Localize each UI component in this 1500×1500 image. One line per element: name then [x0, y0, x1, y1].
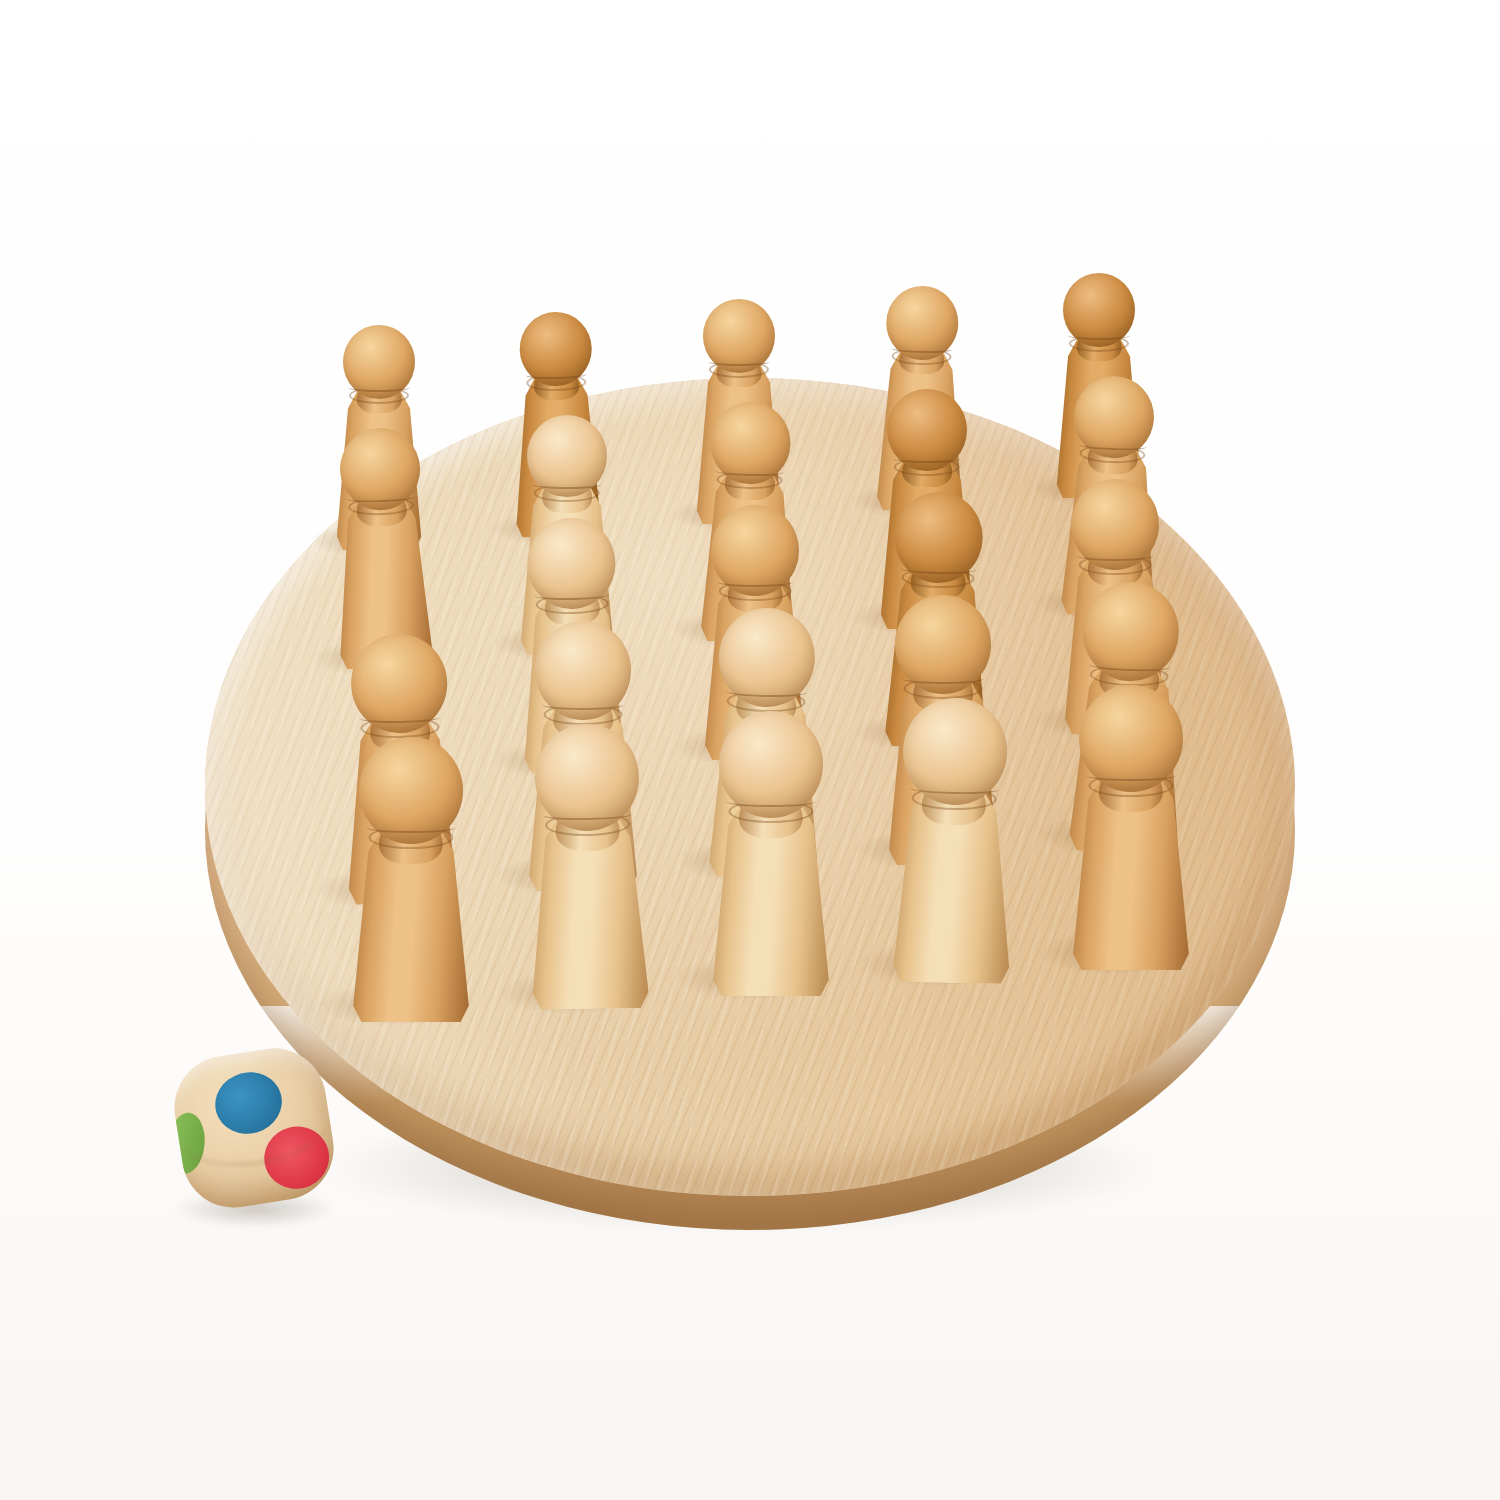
peg-head: [718, 607, 816, 708]
peg-head: [719, 711, 823, 818]
peg-head: [703, 299, 775, 373]
peg-head: [343, 325, 415, 399]
peg-head: [359, 737, 463, 844]
peg-head: [902, 697, 1008, 806]
peg-r4c3[interactable]: [892, 697, 1015, 984]
peg-r4c1[interactable]: [527, 723, 650, 1010]
peg-head: [534, 723, 640, 832]
die-body: [167, 1041, 341, 1215]
peg-head: [1081, 580, 1180, 682]
peg-head: [1063, 273, 1135, 347]
peg-head: [527, 415, 607, 497]
peg-head: [350, 633, 448, 734]
peg-head: [894, 491, 984, 583]
peg-r4c2[interactable]: [712, 711, 830, 996]
product-photo-memory-chess: [0, 0, 1500, 1500]
peg-head: [339, 427, 422, 512]
color-die[interactable]: [167, 1041, 341, 1215]
peg-head: [710, 401, 791, 485]
peg-head: [1073, 375, 1156, 460]
peg-head: [711, 505, 799, 596]
peg-head: [519, 311, 592, 386]
peg-head: [887, 389, 967, 471]
peg-head: [1079, 685, 1183, 792]
peg-r4c0[interactable]: [352, 737, 470, 1022]
peg-r4c4[interactable]: [1072, 685, 1190, 970]
peg-head: [886, 285, 959, 360]
peg-head: [527, 517, 617, 609]
peg-head: [895, 595, 991, 694]
peg-head: [535, 621, 631, 720]
peg-head: [1071, 479, 1159, 570]
